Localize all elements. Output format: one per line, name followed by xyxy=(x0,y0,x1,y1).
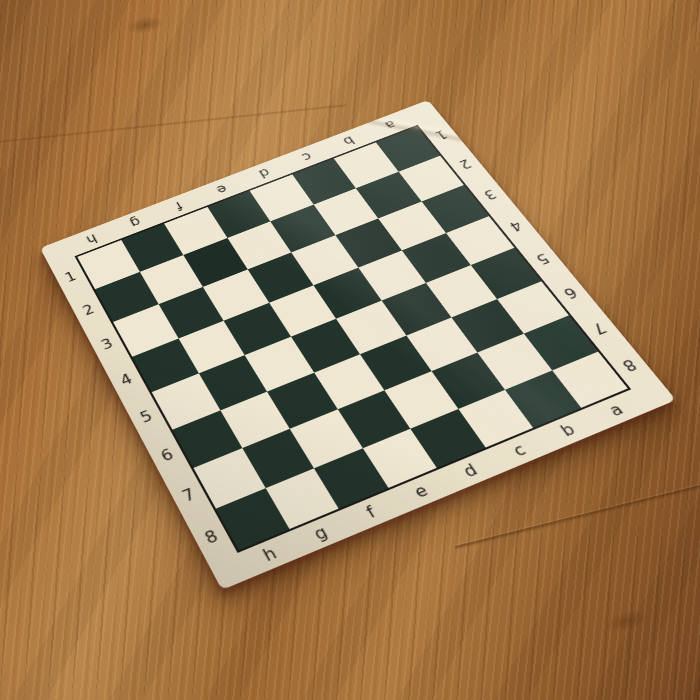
wood-knot xyxy=(594,600,661,642)
plank-seam xyxy=(0,104,346,144)
wood-knot xyxy=(117,9,174,40)
plank-seam xyxy=(455,476,700,548)
photo-scene: hgfedcba 12345678 hgfedcba 12345678 xyxy=(0,0,700,700)
